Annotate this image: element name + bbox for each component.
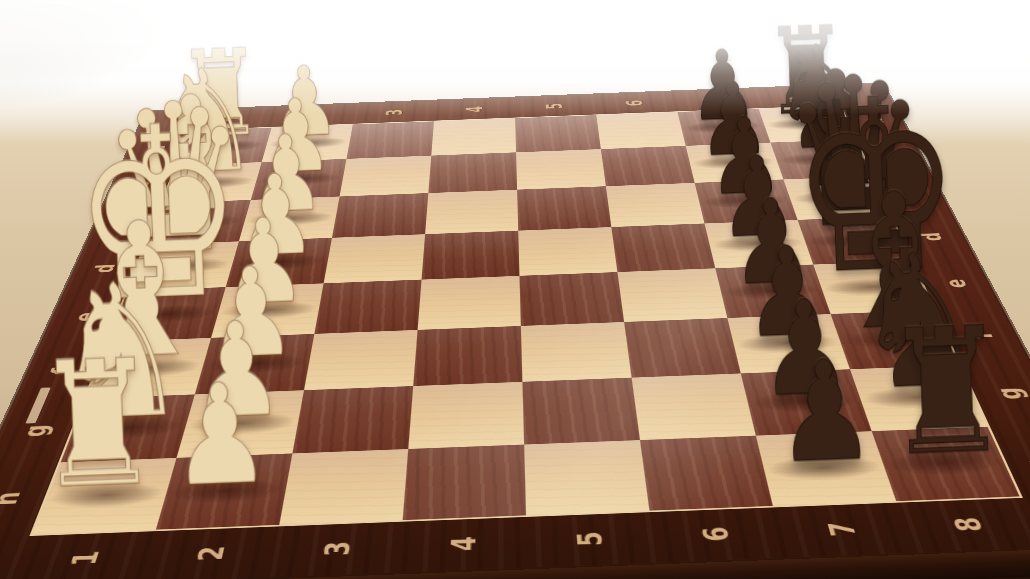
square-c4[interactable] [425,190,518,235]
rank-label-1: 1 [63,550,107,566]
square-a5[interactable] [515,115,601,152]
square-f5[interactable] [521,322,632,382]
rank-label-3: 3 [317,540,358,556]
rank-label-4: 4 [444,535,483,551]
rank-label-6: 6 [695,526,736,542]
black-rook-glyph: ♜ [844,302,1030,483]
square-d5[interactable] [518,227,617,276]
square-e5[interactable] [519,272,624,326]
square-d4[interactable] [422,231,520,280]
square-h5[interactable] [524,440,649,515]
rank-label-3: 3 [382,109,407,116]
square-h4[interactable] [403,445,526,521]
square-f4[interactable] [413,326,522,386]
square-b5[interactable] [516,149,606,190]
square-e4[interactable] [418,276,521,330]
camera-tilt: 12345678 12345678 abcdefgh abcdefgh ♜♞♝♛… [0,0,1030,579]
rank-label-2: 2 [190,545,232,561]
square-b4[interactable] [428,152,517,193]
rank-label-4: 4 [462,106,487,113]
square-g4[interactable] [408,382,524,449]
perspective-viewport: 12345678 12345678 abcdefgh abcdefgh ♜♞♝♛… [0,0,1030,579]
square-g5[interactable] [522,378,640,445]
rank-label-7: 7 [821,521,864,537]
white-rook-glyph: ♜ [0,335,200,516]
rank-label-8: 8 [946,516,990,532]
rank-label-5: 5 [542,103,567,110]
chessboard: 12345678 12345678 abcdefgh abcdefgh ♜♞♝♛… [0,83,1030,579]
square-c5[interactable] [517,186,611,230]
scene: 12345678 12345678 abcdefgh abcdefgh ♜♞♝♛… [0,0,1030,579]
rank-label-6: 6 [622,100,648,107]
rank-label-5: 5 [570,531,610,547]
square-a4[interactable] [431,118,516,155]
